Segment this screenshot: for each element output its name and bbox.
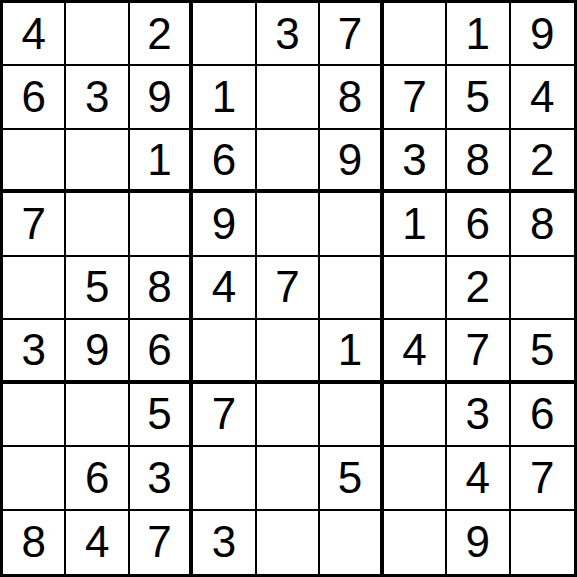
cell-r6c6[interactable]: 1 — [320, 320, 383, 383]
cell-r1c2[interactable] — [66, 3, 129, 66]
cell-r7c9[interactable]: 6 — [511, 384, 574, 447]
cell-r3c4[interactable]: 6 — [193, 130, 256, 193]
cell-r5c6[interactable] — [320, 257, 383, 320]
sudoku-board: 4237196391875416938279168584723961475573… — [0, 0, 577, 577]
cell-r2c3[interactable]: 9 — [130, 66, 193, 129]
cell-r7c7[interactable] — [384, 384, 447, 447]
cell-r1c4[interactable] — [193, 3, 256, 66]
cell-r3c5[interactable] — [257, 130, 320, 193]
cell-r9c6[interactable] — [320, 511, 383, 574]
cell-r1c7[interactable] — [384, 3, 447, 66]
cell-r2c6[interactable]: 8 — [320, 66, 383, 129]
cell-r1c6[interactable]: 7 — [320, 3, 383, 66]
cell-r5c9[interactable] — [511, 257, 574, 320]
cell-r4c3[interactable] — [130, 193, 193, 256]
cell-r3c9[interactable]: 2 — [511, 130, 574, 193]
cell-r7c6[interactable] — [320, 384, 383, 447]
cell-r3c3[interactable]: 1 — [130, 130, 193, 193]
cell-r5c7[interactable] — [384, 257, 447, 320]
cell-r5c1[interactable] — [3, 257, 66, 320]
cell-r9c1[interactable]: 8 — [3, 511, 66, 574]
cell-r8c1[interactable] — [3, 447, 66, 510]
cell-r8c4[interactable] — [193, 447, 256, 510]
cell-r3c8[interactable]: 8 — [447, 130, 510, 193]
cell-r8c9[interactable]: 7 — [511, 447, 574, 510]
cell-r6c3[interactable]: 6 — [130, 320, 193, 383]
cell-r4c1[interactable]: 7 — [3, 193, 66, 256]
cell-r4c9[interactable]: 8 — [511, 193, 574, 256]
cell-r1c8[interactable]: 1 — [447, 3, 510, 66]
cell-r2c5[interactable] — [257, 66, 320, 129]
cell-r9c3[interactable]: 7 — [130, 511, 193, 574]
cell-r1c3[interactable]: 2 — [130, 3, 193, 66]
cell-r4c2[interactable] — [66, 193, 129, 256]
cell-r5c8[interactable]: 2 — [447, 257, 510, 320]
cell-r6c1[interactable]: 3 — [3, 320, 66, 383]
cell-r4c8[interactable]: 6 — [447, 193, 510, 256]
cell-r9c4[interactable]: 3 — [193, 511, 256, 574]
cell-r2c2[interactable]: 3 — [66, 66, 129, 129]
cell-r8c7[interactable] — [384, 447, 447, 510]
cell-r7c2[interactable] — [66, 384, 129, 447]
cell-r9c8[interactable]: 9 — [447, 511, 510, 574]
cell-r8c6[interactable]: 5 — [320, 447, 383, 510]
cell-r7c5[interactable] — [257, 384, 320, 447]
cell-r2c8[interactable]: 5 — [447, 66, 510, 129]
cell-r1c9[interactable]: 9 — [511, 3, 574, 66]
cell-r7c4[interactable]: 7 — [193, 384, 256, 447]
cell-r4c6[interactable] — [320, 193, 383, 256]
cell-r3c6[interactable]: 9 — [320, 130, 383, 193]
cell-r9c2[interactable]: 4 — [66, 511, 129, 574]
cell-r8c5[interactable] — [257, 447, 320, 510]
cell-r2c9[interactable]: 4 — [511, 66, 574, 129]
cell-r4c5[interactable] — [257, 193, 320, 256]
cell-r7c3[interactable]: 5 — [130, 384, 193, 447]
cell-r8c2[interactable]: 6 — [66, 447, 129, 510]
cell-r3c1[interactable] — [3, 130, 66, 193]
cell-r6c4[interactable] — [193, 320, 256, 383]
cell-r9c7[interactable] — [384, 511, 447, 574]
cell-r3c7[interactable]: 3 — [384, 130, 447, 193]
cell-r6c5[interactable] — [257, 320, 320, 383]
cell-r4c4[interactable]: 9 — [193, 193, 256, 256]
cell-r4c7[interactable]: 1 — [384, 193, 447, 256]
cell-r1c1[interactable]: 4 — [3, 3, 66, 66]
cell-r7c8[interactable]: 3 — [447, 384, 510, 447]
cell-r2c4[interactable]: 1 — [193, 66, 256, 129]
cell-r5c4[interactable]: 4 — [193, 257, 256, 320]
cell-r2c1[interactable]: 6 — [3, 66, 66, 129]
cell-r7c1[interactable] — [3, 384, 66, 447]
cell-r6c7[interactable]: 4 — [384, 320, 447, 383]
cell-r5c5[interactable]: 7 — [257, 257, 320, 320]
cell-r6c9[interactable]: 5 — [511, 320, 574, 383]
cell-r8c8[interactable]: 4 — [447, 447, 510, 510]
cell-r5c2[interactable]: 5 — [66, 257, 129, 320]
cell-r9c5[interactable] — [257, 511, 320, 574]
cell-r5c3[interactable]: 8 — [130, 257, 193, 320]
cell-r9c9[interactable] — [511, 511, 574, 574]
cell-r8c3[interactable]: 3 — [130, 447, 193, 510]
cell-r6c8[interactable]: 7 — [447, 320, 510, 383]
cell-r6c2[interactable]: 9 — [66, 320, 129, 383]
cell-r2c7[interactable]: 7 — [384, 66, 447, 129]
cell-r3c2[interactable] — [66, 130, 129, 193]
cell-r1c5[interactable]: 3 — [257, 3, 320, 66]
